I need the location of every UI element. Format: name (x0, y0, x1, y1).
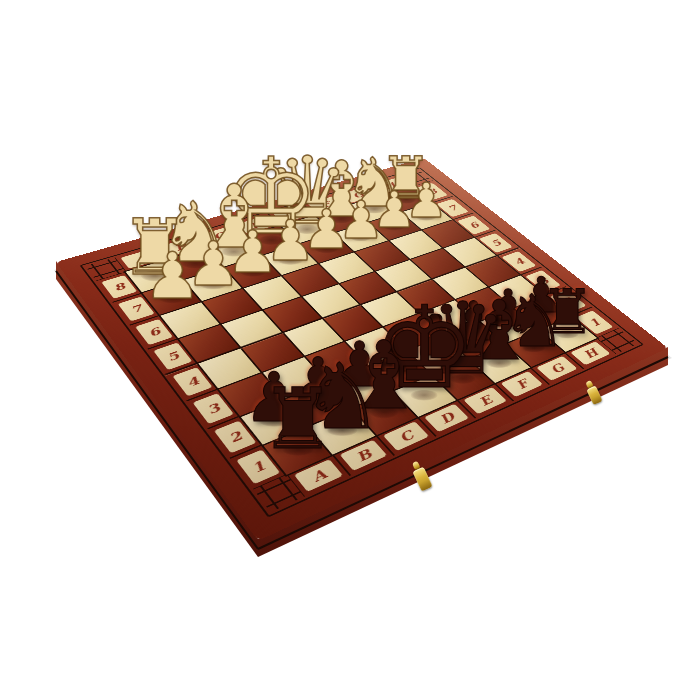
piece-black-rook-a1[interactable]: ♜ (260, 377, 335, 461)
piece-white-pawn-a7[interactable]: ♟ (144, 244, 201, 308)
chess-set-photo: ABCDEFGH ABCDEFGH 87654321 87654321 ♜♞♝♚… (0, 0, 700, 700)
